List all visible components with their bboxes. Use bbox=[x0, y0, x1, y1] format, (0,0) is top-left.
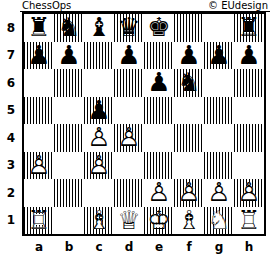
chess-board: ♜♞♝♛♚♜♟♟♟♟♟♟♟♞♟♟♙♟♙♟♙♟♙♟♙♟♙♟♙♟♙♜♖♝♗♛♕♚♔♝… bbox=[22, 12, 266, 236]
piece-fill-e2: ♟ bbox=[144, 179, 174, 207]
piece-fill-h1: ♜ bbox=[234, 207, 264, 235]
piece-fill-a3: ♟ bbox=[24, 152, 54, 180]
square-g3[interactable] bbox=[204, 152, 234, 180]
rank-label-1: 1 bbox=[2, 207, 20, 235]
square-e7[interactable] bbox=[144, 42, 174, 70]
square-b7[interactable]: ♟ bbox=[54, 42, 84, 70]
square-c2[interactable] bbox=[84, 179, 114, 207]
piece-fill-d4: ♟ bbox=[114, 124, 144, 152]
square-b3[interactable] bbox=[54, 152, 84, 180]
white-king-e1: ♔ bbox=[144, 207, 174, 235]
square-e2[interactable]: ♟♙ bbox=[144, 179, 174, 207]
white-pawn-f2: ♙ bbox=[174, 179, 204, 207]
piece-fill-a1: ♜ bbox=[24, 207, 54, 235]
piece-fill-g2: ♟ bbox=[204, 179, 234, 207]
rank-label-7: 7 bbox=[2, 42, 20, 70]
square-f3[interactable] bbox=[174, 152, 204, 180]
black-bishop-c8: ♝ bbox=[84, 14, 114, 42]
black-knight-f6: ♞ bbox=[174, 69, 204, 97]
file-label-d: d bbox=[114, 240, 144, 254]
square-d5[interactable] bbox=[114, 97, 144, 125]
file-label-e: e bbox=[144, 240, 174, 254]
square-h2[interactable]: ♟♙ bbox=[234, 179, 264, 207]
white-pawn-c3: ♙ bbox=[84, 152, 114, 180]
black-king-e8: ♚ bbox=[144, 14, 174, 42]
piece-fill-c4: ♟ bbox=[84, 124, 114, 152]
square-c4[interactable]: ♟♙ bbox=[84, 124, 114, 152]
square-a6[interactable] bbox=[24, 69, 54, 97]
square-g2[interactable]: ♟♙ bbox=[204, 179, 234, 207]
square-c7[interactable] bbox=[84, 42, 114, 70]
black-pawn-f7: ♟ bbox=[174, 42, 204, 70]
square-d2[interactable] bbox=[114, 179, 144, 207]
square-c6[interactable] bbox=[84, 69, 114, 97]
piece-fill-c1: ♝ bbox=[84, 207, 114, 235]
black-knight-b8: ♞ bbox=[54, 14, 84, 42]
black-rook-a8: ♜ bbox=[24, 14, 54, 42]
square-a3[interactable]: ♟♙ bbox=[24, 152, 54, 180]
square-a8[interactable]: ♜ bbox=[24, 14, 54, 42]
square-b4[interactable] bbox=[54, 124, 84, 152]
square-g4[interactable] bbox=[204, 124, 234, 152]
square-g6[interactable] bbox=[204, 69, 234, 97]
white-knight-g1: ♘ bbox=[204, 207, 234, 235]
square-h5[interactable] bbox=[234, 97, 264, 125]
piece-fill-h2: ♟ bbox=[234, 179, 264, 207]
square-e8[interactable]: ♚ bbox=[144, 14, 174, 42]
piece-fill-c3: ♟ bbox=[84, 152, 114, 180]
square-a7[interactable]: ♟ bbox=[24, 42, 54, 70]
file-label-g: g bbox=[204, 240, 234, 254]
square-e3[interactable] bbox=[144, 152, 174, 180]
square-b6[interactable] bbox=[54, 69, 84, 97]
square-h7[interactable]: ♟ bbox=[234, 42, 264, 70]
white-rook-a1: ♖ bbox=[24, 207, 54, 235]
black-pawn-b7: ♟ bbox=[54, 42, 84, 70]
square-d6[interactable] bbox=[114, 69, 144, 97]
file-label-b: b bbox=[54, 240, 84, 254]
app-title: ChessOps bbox=[22, 0, 71, 11]
file-label-h: h bbox=[234, 240, 264, 254]
square-g7[interactable]: ♟ bbox=[204, 42, 234, 70]
white-pawn-e2: ♙ bbox=[144, 179, 174, 207]
white-queen-d1: ♕ bbox=[114, 207, 144, 235]
white-pawn-d4: ♙ bbox=[114, 124, 144, 152]
square-f5[interactable] bbox=[174, 97, 204, 125]
white-pawn-c4: ♙ bbox=[84, 124, 114, 152]
credit-text: © EUdesign bbox=[208, 0, 268, 11]
square-h4[interactable] bbox=[234, 124, 264, 152]
file-labels: abcdefgh bbox=[24, 240, 264, 254]
square-b2[interactable] bbox=[54, 179, 84, 207]
square-f4[interactable] bbox=[174, 124, 204, 152]
white-pawn-a3: ♙ bbox=[24, 152, 54, 180]
square-b8[interactable]: ♞ bbox=[54, 14, 84, 42]
square-f2[interactable]: ♟♙ bbox=[174, 179, 204, 207]
rank-label-8: 8 bbox=[2, 14, 20, 42]
black-pawn-a7: ♟ bbox=[24, 42, 54, 70]
square-c8[interactable]: ♝ bbox=[84, 14, 114, 42]
black-queen-d8: ♛ bbox=[114, 14, 144, 42]
square-h3[interactable] bbox=[234, 152, 264, 180]
square-e1[interactable]: ♚♔ bbox=[144, 207, 174, 235]
square-b1[interactable] bbox=[54, 207, 84, 235]
square-d8[interactable]: ♛ bbox=[114, 14, 144, 42]
square-c5[interactable]: ♟ bbox=[84, 97, 114, 125]
square-c1[interactable]: ♝♗ bbox=[84, 207, 114, 235]
black-pawn-h7: ♟ bbox=[234, 42, 264, 70]
square-a1[interactable]: ♜♖ bbox=[24, 207, 54, 235]
file-label-a: a bbox=[24, 240, 54, 254]
rank-label-2: 2 bbox=[2, 179, 20, 207]
rank-label-4: 4 bbox=[2, 124, 20, 152]
black-pawn-g7: ♟ bbox=[204, 42, 234, 70]
square-e6[interactable]: ♟ bbox=[144, 69, 174, 97]
black-pawn-c5: ♟ bbox=[84, 97, 114, 125]
square-g5[interactable] bbox=[204, 97, 234, 125]
square-a2[interactable] bbox=[24, 179, 54, 207]
square-f8[interactable] bbox=[174, 14, 204, 42]
rank-labels: 87654321 bbox=[2, 14, 20, 234]
square-d4[interactable]: ♟♙ bbox=[114, 124, 144, 152]
black-pawn-d7: ♟ bbox=[114, 42, 144, 70]
piece-fill-f2: ♟ bbox=[174, 179, 204, 207]
square-f1[interactable]: ♝♗ bbox=[174, 207, 204, 235]
piece-fill-d1: ♛ bbox=[114, 207, 144, 235]
square-b5[interactable] bbox=[54, 97, 84, 125]
rank-label-6: 6 bbox=[2, 69, 20, 97]
square-d1[interactable]: ♛♕ bbox=[114, 207, 144, 235]
square-a5[interactable] bbox=[24, 97, 54, 125]
square-a4[interactable] bbox=[24, 124, 54, 152]
piece-fill-e1: ♚ bbox=[144, 207, 174, 235]
piece-fill-f1: ♝ bbox=[174, 207, 204, 235]
white-rook-h1: ♖ bbox=[234, 207, 264, 235]
square-d3[interactable] bbox=[114, 152, 144, 180]
white-pawn-h2: ♙ bbox=[234, 179, 264, 207]
square-g1[interactable]: ♞♘ bbox=[204, 207, 234, 235]
file-label-c: c bbox=[84, 240, 114, 254]
square-e5[interactable] bbox=[144, 97, 174, 125]
square-c3[interactable]: ♟♙ bbox=[84, 152, 114, 180]
square-g8[interactable] bbox=[204, 14, 234, 42]
piece-fill-g1: ♞ bbox=[204, 207, 234, 235]
square-h6[interactable] bbox=[234, 69, 264, 97]
rank-label-5: 5 bbox=[2, 97, 20, 125]
white-bishop-c1: ♗ bbox=[84, 207, 114, 235]
white-pawn-g2: ♙ bbox=[204, 179, 234, 207]
square-h8[interactable]: ♜ bbox=[234, 14, 264, 42]
square-f6[interactable]: ♞ bbox=[174, 69, 204, 97]
black-rook-h8: ♜ bbox=[234, 14, 264, 42]
square-d7[interactable]: ♟ bbox=[114, 42, 144, 70]
white-bishop-f1: ♗ bbox=[174, 207, 204, 235]
square-e4[interactable] bbox=[144, 124, 174, 152]
square-f7[interactable]: ♟ bbox=[174, 42, 204, 70]
chess-diagram: ChessOps © EUdesign 87654321 ♜♞♝♛♚♜♟♟♟♟♟… bbox=[0, 0, 270, 270]
black-pawn-e6: ♟ bbox=[144, 69, 174, 97]
square-h1[interactable]: ♜♖ bbox=[234, 207, 264, 235]
file-label-f: f bbox=[174, 240, 204, 254]
rank-label-3: 3 bbox=[2, 152, 20, 180]
